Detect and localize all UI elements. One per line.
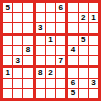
cell-r3c7[interactable]: [68, 23, 77, 32]
cell-r3c2[interactable]: [13, 23, 22, 32]
cell-r1c5[interactable]: [46, 3, 55, 12]
cell-r8c9[interactable]: 3: [89, 79, 98, 88]
cell-r9c1[interactable]: [3, 89, 12, 98]
cell-r9c4[interactable]: [36, 89, 45, 98]
cell-r7c1[interactable]: 1: [3, 68, 12, 77]
cell-r2c2[interactable]: [13, 13, 22, 22]
cell-r4c4[interactable]: [36, 36, 45, 45]
cell-r3c1[interactable]: [3, 23, 12, 32]
cell-r5c8[interactable]: [79, 46, 88, 55]
cell-r8c3[interactable]: [23, 79, 32, 88]
cell-r6c7[interactable]: [68, 56, 77, 65]
cell-r5c4[interactable]: [36, 46, 45, 55]
cell-r4c5[interactable]: 1: [46, 36, 55, 45]
cell-r1c7[interactable]: [68, 3, 77, 12]
cell-r9c8[interactable]: [79, 89, 88, 98]
cell-r6c3[interactable]: [23, 56, 32, 65]
cell-r7c3[interactable]: [23, 68, 32, 77]
cell-r9c5[interactable]: [46, 89, 55, 98]
cell-r1c1[interactable]: 5: [3, 3, 12, 12]
cell-r2c3[interactable]: [23, 13, 32, 22]
cell-r2c8[interactable]: 2: [79, 13, 88, 22]
cell-r4c2[interactable]: [13, 36, 22, 45]
cell-r7c5[interactable]: 2: [46, 68, 55, 77]
cell-r6c5[interactable]: [46, 56, 55, 65]
cell-r2c4[interactable]: [36, 13, 45, 22]
cell-r5c2[interactable]: [13, 46, 22, 55]
sudoku-board: 56213158437182635: [0, 0, 101, 101]
cell-r4c7[interactable]: [68, 36, 77, 45]
cell-r6c1[interactable]: [3, 56, 12, 65]
cell-r5c1[interactable]: [3, 46, 12, 55]
cell-r7c4[interactable]: 8: [36, 68, 45, 77]
cell-r5c3[interactable]: 8: [23, 46, 32, 55]
cell-r4c9[interactable]: [89, 36, 98, 45]
cell-r5c6[interactable]: [56, 46, 65, 55]
cell-r9c9[interactable]: [89, 89, 98, 98]
cell-r8c1[interactable]: [3, 79, 12, 88]
cell-r3c6[interactable]: [56, 23, 65, 32]
cell-r1c2[interactable]: [13, 3, 22, 12]
cell-r6c2[interactable]: 3: [13, 56, 22, 65]
cell-r1c3[interactable]: [23, 3, 32, 12]
cell-r8c2[interactable]: [13, 79, 22, 88]
cell-r4c8[interactable]: 5: [79, 36, 88, 45]
cell-r1c8[interactable]: [79, 3, 88, 12]
cell-r7c9[interactable]: [89, 68, 98, 77]
cell-r2c5[interactable]: [46, 13, 55, 22]
cell-r9c3[interactable]: [23, 89, 32, 98]
cell-r8c5[interactable]: [46, 79, 55, 88]
cell-r3c4[interactable]: 3: [36, 23, 45, 32]
cell-r5c9[interactable]: [89, 46, 98, 55]
cell-r9c6[interactable]: [56, 89, 65, 98]
cell-r3c5[interactable]: [46, 23, 55, 32]
cell-r7c8[interactable]: [79, 68, 88, 77]
cell-r3c8[interactable]: [79, 23, 88, 32]
cell-r1c6[interactable]: 6: [56, 3, 65, 12]
cell-r8c4[interactable]: [36, 79, 45, 88]
cell-r6c8[interactable]: [79, 56, 88, 65]
cell-r2c7[interactable]: [68, 13, 77, 22]
cell-r8c7[interactable]: 6: [68, 79, 77, 88]
cell-r2c9[interactable]: 1: [89, 13, 98, 22]
cell-r3c9[interactable]: [89, 23, 98, 32]
cell-r9c2[interactable]: [13, 89, 22, 98]
cell-r1c4[interactable]: [36, 3, 45, 12]
cell-r6c6[interactable]: 7: [56, 56, 65, 65]
cell-r6c9[interactable]: [89, 56, 98, 65]
cell-r5c7[interactable]: 4: [68, 46, 77, 55]
cell-r5c5[interactable]: [46, 46, 55, 55]
cell-r4c3[interactable]: [23, 36, 32, 45]
cell-r6c4[interactable]: [36, 56, 45, 65]
cell-r2c6[interactable]: [56, 13, 65, 22]
cell-r8c8[interactable]: [79, 79, 88, 88]
cell-r9c7[interactable]: 5: [68, 89, 77, 98]
cell-r3c3[interactable]: [23, 23, 32, 32]
cell-r8c6[interactable]: [56, 79, 65, 88]
cell-r2c1[interactable]: [3, 13, 12, 22]
cell-r4c6[interactable]: [56, 36, 65, 45]
cell-r7c2[interactable]: [13, 68, 22, 77]
cell-r4c1[interactable]: [3, 36, 12, 45]
cell-r1c9[interactable]: [89, 3, 98, 12]
cell-r7c6[interactable]: [56, 68, 65, 77]
cell-r7c7[interactable]: [68, 68, 77, 77]
